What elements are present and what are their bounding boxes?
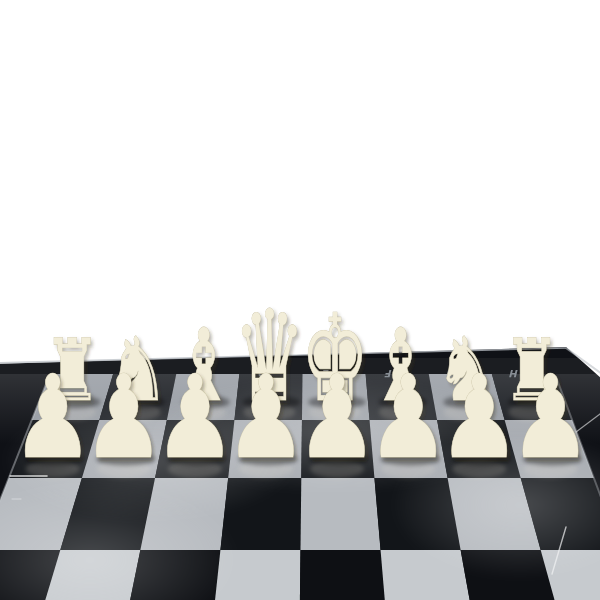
piece-glyph-pawn: ♟ [438,350,520,485]
piece-glyph-pawn: ♟ [154,350,236,485]
piece-glyph-pawn: ♟ [367,350,449,485]
piece-glyph-pawn: ♟ [509,350,591,485]
square-e5[interactable] [299,550,388,600]
piece-glyph-pawn: ♟ [225,350,307,485]
piece-glyph-pawn: ♟ [296,350,378,485]
piece-white-pawn-h7[interactable]: ♟♟ [509,350,594,487]
piece-glyph-pawn: ♟ [83,350,165,485]
piece-glyph-pawn: ♟ [11,350,93,485]
photo-canvas: ABCDEFGH♜♜♞♞♝♝♛♛♚♚♝♝♞♞♜♜♟♟♟♟♟♟♟♟♟♟♟♟♟♟♟♟ [0,0,600,600]
chessboard: ABCDEFGH♜♜♞♞♝♝♛♛♚♚♝♝♞♞♜♜♟♟♟♟♟♟♟♟♟♟♟♟♟♟♟♟ [0,0,600,600]
